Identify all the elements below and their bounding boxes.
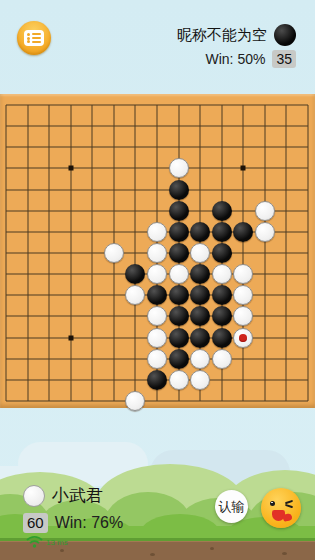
white-stone — [147, 222, 167, 242]
black-stone — [169, 328, 189, 348]
menu-button[interactable] — [17, 21, 51, 55]
black-stone — [190, 264, 210, 284]
black-stone — [147, 370, 167, 390]
gomoku-board[interactable] — [0, 94, 315, 408]
black-stone — [169, 243, 189, 263]
black-stone — [125, 264, 145, 284]
white-stone — [212, 349, 232, 369]
board-grid[interactable] — [6, 105, 308, 401]
white-stone — [190, 243, 210, 263]
black-stone — [233, 222, 253, 242]
player-info: 小武君 60 Win: 76% — [23, 484, 123, 533]
opponent-name: 昵称不能为空 — [177, 26, 267, 45]
white-stone — [169, 370, 189, 390]
emoji-left-eye — [270, 501, 275, 506]
player-name: 小武君 — [52, 484, 103, 507]
black-stone — [190, 285, 210, 305]
black-stone — [190, 306, 210, 326]
player-winrate: Win: 76% — [55, 514, 123, 532]
white-stone — [147, 243, 167, 263]
grid-line — [6, 401, 308, 402]
black-stone — [169, 180, 189, 200]
black-stone-icon — [274, 24, 296, 46]
dirt-speck — [150, 553, 155, 556]
white-stone — [169, 158, 189, 178]
black-stone — [169, 285, 189, 305]
white-stone — [233, 328, 253, 348]
white-stone — [233, 285, 253, 305]
opponent-winrate: Win: 50% — [206, 51, 266, 67]
white-stone-icon — [23, 485, 45, 507]
black-stone — [169, 201, 189, 221]
star-point — [68, 166, 73, 171]
black-stone — [212, 328, 232, 348]
wifi-icon — [26, 535, 43, 548]
white-stone — [147, 349, 167, 369]
grid-line — [264, 105, 265, 401]
black-stone — [169, 349, 189, 369]
emoji-button[interactable] — [261, 488, 301, 528]
white-stone — [147, 264, 167, 284]
grid-line — [308, 105, 309, 401]
black-stone — [212, 201, 232, 221]
white-stone — [233, 306, 253, 326]
emoji-wink-eye — [285, 504, 293, 509]
black-stone — [190, 222, 210, 242]
dirt-speck — [210, 547, 214, 550]
star-point — [241, 166, 246, 171]
grid-line — [243, 105, 244, 401]
grid-line — [286, 105, 287, 401]
dirt-speck — [282, 552, 287, 555]
white-stone — [125, 285, 145, 305]
list-menu-icon — [24, 30, 44, 46]
white-stone — [255, 222, 275, 242]
emoji-tongue — [282, 513, 292, 522]
white-stone — [190, 349, 210, 369]
white-stone — [147, 328, 167, 348]
player-counter: 60 — [23, 513, 48, 533]
white-stone — [104, 243, 124, 263]
black-stone — [212, 285, 232, 305]
opponent-counter: 35 — [272, 50, 296, 68]
dirt-speck — [60, 549, 64, 552]
star-point — [68, 335, 73, 340]
white-stone — [125, 391, 145, 411]
white-stone — [212, 264, 232, 284]
white-stone — [255, 201, 275, 221]
black-stone — [147, 285, 167, 305]
black-stone — [212, 222, 232, 242]
ping-value: 13 ms — [46, 538, 68, 548]
black-stone — [212, 306, 232, 326]
resign-button[interactable]: 认输 — [215, 490, 248, 523]
black-stone — [169, 222, 189, 242]
connection-status: 13 ms — [26, 535, 68, 548]
opponent-info: 昵称不能为空 Win: 50% 35 — [177, 24, 296, 68]
black-stone — [169, 306, 189, 326]
gomoku-app: 昵称不能为空 Win: 50% 35 小武君 60 Win: 76% 认输 — [0, 0, 315, 560]
black-stone — [190, 328, 210, 348]
white-stone — [169, 264, 189, 284]
white-stone — [233, 264, 253, 284]
last-move-marker — [239, 334, 247, 342]
white-stone — [147, 306, 167, 326]
white-stone — [190, 370, 210, 390]
black-stone — [212, 243, 232, 263]
